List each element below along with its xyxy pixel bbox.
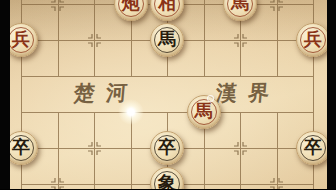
letterbox-right: [327, 0, 336, 189]
piece-character: 卒: [158, 130, 176, 164]
point-marker: [232, 140, 249, 157]
river-label-han-jie: 漢界: [215, 80, 281, 105]
point-marker: [232, 32, 249, 49]
board-line-stub: [313, 185, 314, 189]
game-screenshot: 楚河 漢界 炮相馬兵馬兵馬卒卒卒象: [0, 0, 336, 189]
piece-character: 卒: [304, 130, 322, 164]
point-marker: [49, 176, 66, 190]
piece-character: 象: [158, 166, 176, 189]
piece-character: 兵: [12, 22, 30, 56]
board-line-stub: [21, 0, 22, 4]
point-marker: [268, 176, 285, 190]
point-marker: [86, 32, 103, 49]
piece-black-soldier[interactable]: 卒: [150, 131, 184, 165]
board-cell: [22, 77, 59, 113]
board-line-stub: [204, 185, 205, 189]
board-line-stub: [240, 185, 241, 189]
piece-character: 馬: [158, 22, 176, 56]
piece-character: 卒: [12, 130, 30, 164]
piece-character: 兵: [304, 22, 322, 56]
letterbox-left: [0, 0, 10, 189]
board-line-stub: [313, 0, 314, 4]
board-line-stub: [94, 0, 95, 4]
board-line-stub: [131, 185, 132, 189]
xiangqi-board[interactable]: 楚河 漢界 炮相馬兵馬兵馬卒卒卒象: [10, 0, 327, 189]
piece-red-soldier[interactable]: 兵: [296, 23, 327, 57]
last-move-glow-indicator: [118, 99, 144, 125]
piece-black-soldier[interactable]: 卒: [296, 131, 327, 165]
sparkle-effect: [207, 95, 214, 102]
board-cell: [278, 77, 315, 113]
board-line-stub: [204, 0, 205, 4]
point-marker: [49, 0, 66, 13]
piece-character: 相: [158, 0, 176, 20]
piece-red-horse[interactable]: 馬: [187, 95, 221, 129]
piece-character: 馬: [231, 0, 249, 20]
point-marker: [268, 0, 285, 13]
board-line-stub: [94, 185, 95, 189]
board-line-stub: [21, 185, 22, 189]
piece-black-horse[interactable]: 馬: [150, 23, 184, 57]
piece-character: 炮: [122, 0, 140, 20]
point-marker: [86, 140, 103, 157]
